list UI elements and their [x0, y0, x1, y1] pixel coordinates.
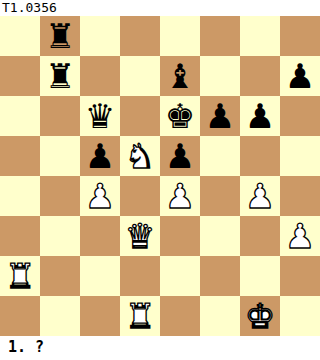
- square-e1[interactable]: [160, 296, 200, 336]
- move-prompt: 1. ?: [8, 336, 44, 360]
- square-e7[interactable]: ♝: [160, 56, 200, 96]
- square-f6[interactable]: ♟: [200, 96, 240, 136]
- square-a8[interactable]: [0, 16, 40, 56]
- chess-board: ♜♜♝♟♛♚♟♟♟♞♟♟♟♟♛♟♜♜♚: [0, 16, 320, 336]
- square-d7[interactable]: [120, 56, 160, 96]
- square-b8[interactable]: ♜: [40, 16, 80, 56]
- square-f7[interactable]: [200, 56, 240, 96]
- piece-white-rook-a2[interactable]: ♜: [5, 256, 35, 296]
- square-d2[interactable]: [120, 256, 160, 296]
- square-c5[interactable]: ♟: [80, 136, 120, 176]
- square-c4[interactable]: ♟: [80, 176, 120, 216]
- square-e6[interactable]: ♚: [160, 96, 200, 136]
- square-a6[interactable]: [0, 96, 40, 136]
- square-h4[interactable]: [280, 176, 320, 216]
- square-e3[interactable]: [160, 216, 200, 256]
- square-g8[interactable]: [240, 16, 280, 56]
- piece-black-rook-b8[interactable]: ♜: [45, 16, 75, 56]
- square-a1[interactable]: [0, 296, 40, 336]
- square-e4[interactable]: ♟: [160, 176, 200, 216]
- square-c6[interactable]: ♛: [80, 96, 120, 136]
- square-b4[interactable]: [40, 176, 80, 216]
- square-h5[interactable]: [280, 136, 320, 176]
- square-d8[interactable]: [120, 16, 160, 56]
- piece-white-king-g1[interactable]: ♚: [245, 296, 275, 336]
- square-a3[interactable]: [0, 216, 40, 256]
- square-g6[interactable]: ♟: [240, 96, 280, 136]
- square-d4[interactable]: [120, 176, 160, 216]
- square-g4[interactable]: ♟: [240, 176, 280, 216]
- square-f3[interactable]: [200, 216, 240, 256]
- square-g1[interactable]: ♚: [240, 296, 280, 336]
- square-d6[interactable]: [120, 96, 160, 136]
- square-g3[interactable]: [240, 216, 280, 256]
- square-f5[interactable]: [200, 136, 240, 176]
- piece-black-pawn-g6[interactable]: ♟: [245, 96, 275, 136]
- square-c7[interactable]: [80, 56, 120, 96]
- square-h7[interactable]: ♟: [280, 56, 320, 96]
- square-h8[interactable]: [280, 16, 320, 56]
- square-c1[interactable]: [80, 296, 120, 336]
- square-f1[interactable]: [200, 296, 240, 336]
- square-c2[interactable]: [80, 256, 120, 296]
- square-h6[interactable]: [280, 96, 320, 136]
- piece-white-pawn-c4[interactable]: ♟: [85, 176, 115, 216]
- square-e5[interactable]: ♟: [160, 136, 200, 176]
- piece-white-pawn-g4[interactable]: ♟: [245, 176, 275, 216]
- square-b2[interactable]: [40, 256, 80, 296]
- piece-white-queen-d3[interactable]: ♛: [125, 216, 155, 256]
- piece-white-pawn-h3[interactable]: ♟: [285, 216, 315, 256]
- square-e8[interactable]: [160, 16, 200, 56]
- square-c8[interactable]: [80, 16, 120, 56]
- square-e2[interactable]: [160, 256, 200, 296]
- piece-white-rook-d1[interactable]: ♜: [125, 296, 155, 336]
- piece-black-bishop-e7[interactable]: ♝: [165, 56, 195, 96]
- square-d3[interactable]: ♛: [120, 216, 160, 256]
- chess-puzzle-window: T1.0356 ♜♜♝♟♛♚♟♟♟♞♟♟♟♟♛♟♜♜♚ 1. ?: [0, 0, 320, 360]
- square-g7[interactable]: [240, 56, 280, 96]
- piece-black-king-e6[interactable]: ♚: [165, 96, 195, 136]
- piece-black-pawn-c5[interactable]: ♟: [85, 136, 115, 176]
- piece-white-pawn-e4[interactable]: ♟: [165, 176, 195, 216]
- square-g2[interactable]: [240, 256, 280, 296]
- square-f2[interactable]: [200, 256, 240, 296]
- piece-black-pawn-h7[interactable]: ♟: [285, 56, 315, 96]
- square-b1[interactable]: [40, 296, 80, 336]
- piece-white-knight-d5[interactable]: ♞: [125, 136, 155, 176]
- square-d5[interactable]: ♞: [120, 136, 160, 176]
- square-f4[interactable]: [200, 176, 240, 216]
- square-b7[interactable]: ♜: [40, 56, 80, 96]
- square-a7[interactable]: [0, 56, 40, 96]
- square-d1[interactable]: ♜: [120, 296, 160, 336]
- piece-black-pawn-e5[interactable]: ♟: [165, 136, 195, 176]
- square-a2[interactable]: ♜: [0, 256, 40, 296]
- square-a4[interactable]: [0, 176, 40, 216]
- piece-black-rook-b7[interactable]: ♜: [45, 56, 75, 96]
- square-f8[interactable]: [200, 16, 240, 56]
- square-g5[interactable]: [240, 136, 280, 176]
- square-h3[interactable]: ♟: [280, 216, 320, 256]
- piece-black-queen-c6[interactable]: ♛: [85, 96, 115, 136]
- square-h1[interactable]: [280, 296, 320, 336]
- square-h2[interactable]: [280, 256, 320, 296]
- square-a5[interactable]: [0, 136, 40, 176]
- piece-black-pawn-f6[interactable]: ♟: [205, 96, 235, 136]
- square-b6[interactable]: [40, 96, 80, 136]
- puzzle-id-title: T1.0356: [2, 0, 57, 16]
- square-c3[interactable]: [80, 216, 120, 256]
- square-b3[interactable]: [40, 216, 80, 256]
- square-b5[interactable]: [40, 136, 80, 176]
